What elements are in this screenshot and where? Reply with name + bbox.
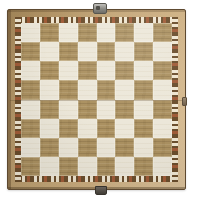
square-d7[interactable] <box>78 42 97 61</box>
square-e6[interactable] <box>97 61 116 80</box>
square-h5[interactable] <box>153 80 172 99</box>
square-h8[interactable] <box>153 23 172 42</box>
board-frame <box>7 9 186 190</box>
square-a8[interactable] <box>21 23 40 42</box>
square-g3[interactable] <box>134 119 153 138</box>
square-d5[interactable] <box>78 80 97 99</box>
square-c8[interactable] <box>59 23 78 42</box>
square-c4[interactable] <box>59 100 78 119</box>
square-e2[interactable] <box>97 138 116 157</box>
square-h7[interactable] <box>153 42 172 61</box>
square-c1[interactable] <box>59 157 78 176</box>
square-f2[interactable] <box>115 138 134 157</box>
square-h1[interactable] <box>153 157 172 176</box>
bottom-hinge-icon <box>95 186 107 195</box>
square-g1[interactable] <box>134 157 153 176</box>
square-f8[interactable] <box>115 23 134 42</box>
square-a5[interactable] <box>21 80 40 99</box>
square-b7[interactable] <box>40 42 59 61</box>
square-c7[interactable] <box>59 42 78 61</box>
fold-seam <box>10 100 183 101</box>
square-e1[interactable] <box>97 157 116 176</box>
square-g5[interactable] <box>134 80 153 99</box>
square-g6[interactable] <box>134 61 153 80</box>
square-c6[interactable] <box>59 61 78 80</box>
square-d3[interactable] <box>78 119 97 138</box>
square-e8[interactable] <box>97 23 116 42</box>
square-f4[interactable] <box>115 100 134 119</box>
square-b6[interactable] <box>40 61 59 80</box>
square-d8[interactable] <box>78 23 97 42</box>
square-c2[interactable] <box>59 138 78 157</box>
latch-keeper <box>182 97 187 106</box>
square-b1[interactable] <box>40 157 59 176</box>
square-a1[interactable] <box>21 157 40 176</box>
square-c5[interactable] <box>59 80 78 99</box>
square-b4[interactable] <box>40 100 59 119</box>
square-b2[interactable] <box>40 138 59 157</box>
square-a4[interactable] <box>21 100 40 119</box>
square-g7[interactable] <box>134 42 153 61</box>
square-d1[interactable] <box>78 157 97 176</box>
square-f1[interactable] <box>115 157 134 176</box>
square-b8[interactable] <box>40 23 59 42</box>
square-g2[interactable] <box>134 138 153 157</box>
square-f7[interactable] <box>115 42 134 61</box>
square-g8[interactable] <box>134 23 153 42</box>
square-e7[interactable] <box>97 42 116 61</box>
square-f5[interactable] <box>115 80 134 99</box>
square-b3[interactable] <box>40 119 59 138</box>
square-e3[interactable] <box>97 119 116 138</box>
square-d6[interactable] <box>78 61 97 80</box>
square-e4[interactable] <box>97 100 116 119</box>
square-h2[interactable] <box>153 138 172 157</box>
square-b5[interactable] <box>40 80 59 99</box>
square-a2[interactable] <box>21 138 40 157</box>
square-d4[interactable] <box>78 100 97 119</box>
square-f3[interactable] <box>115 119 134 138</box>
square-c3[interactable] <box>59 119 78 138</box>
square-h6[interactable] <box>153 61 172 80</box>
square-a6[interactable] <box>21 61 40 80</box>
square-h3[interactable] <box>153 119 172 138</box>
square-h4[interactable] <box>153 100 172 119</box>
page-background <box>0 0 200 200</box>
mosaic-border-bottom <box>15 176 178 182</box>
square-e5[interactable] <box>97 80 116 99</box>
metal-clasp <box>93 3 107 14</box>
square-a7[interactable] <box>21 42 40 61</box>
square-g4[interactable] <box>134 100 153 119</box>
square-f6[interactable] <box>115 61 134 80</box>
square-a3[interactable] <box>21 119 40 138</box>
square-d2[interactable] <box>78 138 97 157</box>
